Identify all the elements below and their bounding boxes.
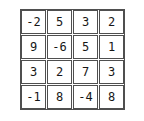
cell-r1c4: 2 [99, 10, 124, 34]
cell-r2c2: -6 [47, 35, 72, 59]
number-grid: -2 5 3 2 9 -6 5 1 3 2 7 3 -1 8 -4 8 [20, 9, 125, 110]
cell-r2c1: 9 [21, 35, 46, 59]
cell-r3c1: 3 [21, 60, 46, 84]
cell-r1c1: -2 [21, 10, 46, 34]
cell-r2c3: 5 [73, 35, 98, 59]
cell-r3c3: 7 [73, 60, 98, 84]
cell-r1c2: 5 [47, 10, 72, 34]
cell-r1c3: 3 [73, 10, 98, 34]
cell-r3c2: 2 [47, 60, 72, 84]
cell-r2c4: 1 [99, 35, 124, 59]
puzzle-canvas: -2 5 3 2 9 -6 5 1 3 2 7 3 -1 8 -4 8 [0, 0, 144, 121]
cell-r4c2: 8 [47, 85, 72, 109]
cell-r4c1: -1 [21, 85, 46, 109]
cell-r3c4: 3 [99, 60, 124, 84]
cell-r4c4: 8 [99, 85, 124, 109]
cell-r4c3: -4 [73, 85, 98, 109]
